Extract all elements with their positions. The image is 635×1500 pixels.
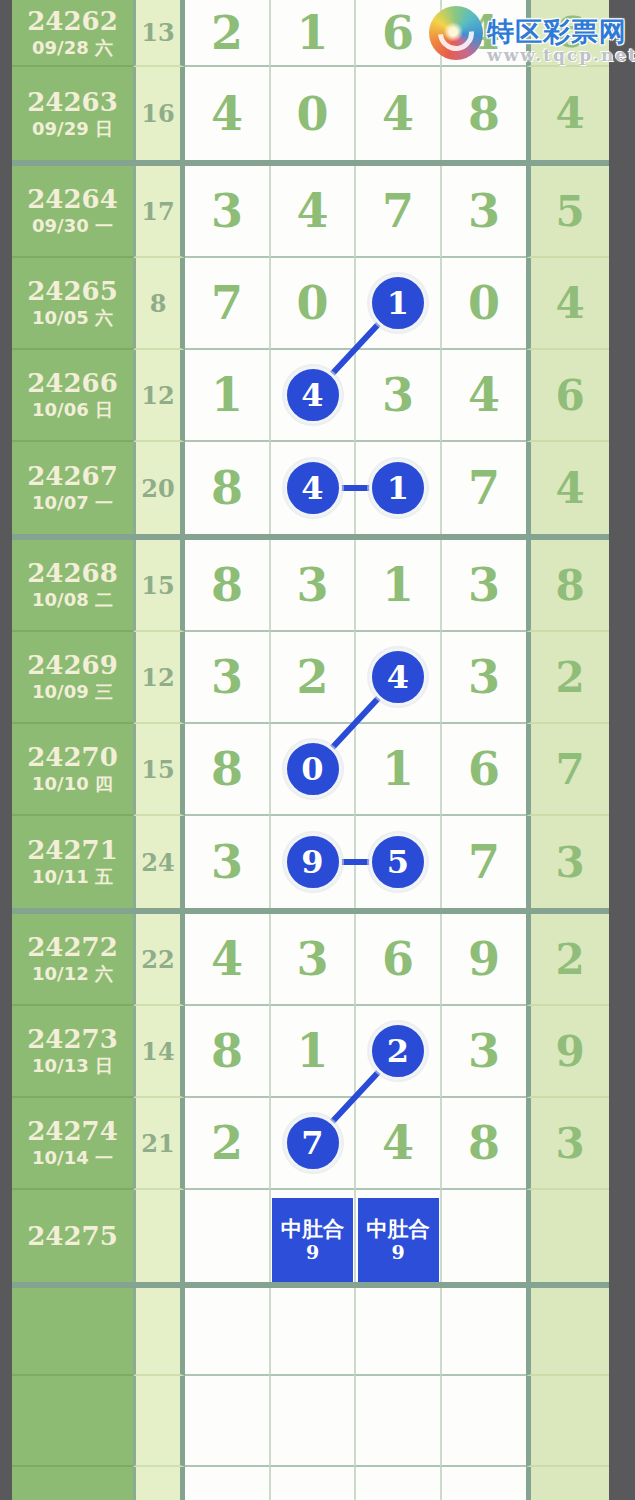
table-row: [12, 1376, 609, 1467]
digit-cell: [185, 1376, 269, 1467]
issue-cell: [12, 1288, 133, 1376]
page: 2426209/28 六13216462426309/29 日164048424…: [0, 0, 635, 1500]
circled-digit: 4: [369, 648, 427, 706]
tail-cell: 9: [526, 1006, 609, 1098]
draw-date: 10/06 日: [32, 398, 113, 422]
digit-cell: 3: [185, 166, 269, 258]
circled-digit: 2: [369, 1022, 427, 1080]
digit-cell: 3: [440, 166, 526, 258]
digit: 2: [296, 650, 328, 704]
table-row: 2427110/11 五2439573: [12, 816, 609, 908]
issue-number: 24265: [27, 276, 117, 306]
tail-cell: 3: [526, 816, 609, 908]
tail-cell: 6: [526, 350, 609, 442]
issue-cell: 2426710/07 一: [12, 442, 133, 534]
logo-swirl-icon: [429, 6, 483, 60]
digit-cell: 4: [440, 350, 526, 442]
digit: 4: [296, 184, 328, 238]
draw-date: 09/30 一: [32, 214, 113, 238]
issue-cell: 2426910/09 三: [12, 632, 133, 724]
digit-cell: 7: [185, 258, 269, 350]
digit-cell: [185, 1288, 269, 1376]
digit: 7: [382, 184, 414, 238]
hit-label-text: 中肚合: [367, 1217, 430, 1241]
hit-label-box: 中肚合9: [272, 1198, 353, 1282]
tail-cell: 3: [526, 1098, 609, 1190]
tail-cell: 2: [526, 632, 609, 724]
digit: 2: [211, 1116, 243, 1170]
digit: 8: [468, 87, 500, 141]
issue-number: 24273: [27, 1024, 117, 1054]
digit: 9: [468, 932, 500, 986]
digit: 1: [382, 558, 414, 612]
digit-cell: [185, 1190, 269, 1282]
hit-label-value: 9: [306, 1241, 319, 1263]
hit-label-box: 中肚合9: [358, 1198, 439, 1282]
digit-cell: 8: [440, 1098, 526, 1190]
table-row: 2426309/29 日1640484: [12, 67, 609, 160]
digit-cell: 3: [185, 816, 269, 908]
draw-date: 10/12 六: [32, 962, 113, 986]
circled-digit: 0: [284, 740, 342, 798]
issue-number: 24270: [27, 742, 117, 772]
issue-number: 24272: [27, 932, 117, 962]
digit: 4: [382, 87, 414, 141]
digit-cell: 2: [185, 0, 269, 67]
digit: 6: [468, 742, 500, 796]
table-row: 2426910/09 三1232432: [12, 632, 609, 724]
digit: 8: [211, 742, 243, 796]
sum-cell: [133, 1288, 185, 1376]
sum-cell: 8: [133, 258, 185, 350]
digit-cell: 3: [185, 632, 269, 724]
digit: 1: [296, 6, 328, 60]
digit-cell: 0: [440, 258, 526, 350]
table-row: 2427010/10 四1580167: [12, 724, 609, 816]
issue-number: 24266: [27, 368, 117, 398]
digit: 6: [382, 6, 414, 60]
digit: 4: [211, 932, 243, 986]
sum-cell: 13: [133, 0, 185, 67]
tail-cell: 7: [526, 724, 609, 816]
circled-digit: 1: [369, 274, 427, 332]
circled-digit: 1: [369, 459, 427, 517]
digit: 0: [296, 276, 328, 330]
issue-cell: 2427410/14 一: [12, 1098, 133, 1190]
digit: 3: [296, 932, 328, 986]
digit-cell: 9: [269, 816, 354, 908]
digit: 3: [468, 650, 500, 704]
digit-cell: 2: [185, 1098, 269, 1190]
draw-date: 10/10 四: [32, 772, 113, 796]
digit: 1: [296, 1024, 328, 1078]
digit-cell: 3: [440, 632, 526, 724]
tail-cell: 4: [526, 442, 609, 534]
digit-cell: [354, 1376, 440, 1467]
digit-cell: [354, 1288, 440, 1376]
sum-cell: 20: [133, 442, 185, 534]
digit-cell: 4: [269, 350, 354, 442]
draw-date: 09/29 日: [32, 117, 113, 141]
digit-cell: 7: [440, 816, 526, 908]
digit: 3: [211, 835, 243, 889]
digit: 3: [468, 184, 500, 238]
digit-cell: 6: [354, 914, 440, 1006]
issue-cell: 2427010/10 四: [12, 724, 133, 816]
digit: 4: [468, 368, 500, 422]
digit: 3: [468, 1024, 500, 1078]
digit: 6: [382, 932, 414, 986]
digit: 8: [468, 1116, 500, 1170]
trend-table: 2426209/28 六13216462426309/29 日164048424…: [12, 0, 609, 1500]
digit: 1: [211, 368, 243, 422]
issue-cell: 2426309/29 日: [12, 67, 133, 160]
issue-number: 24271: [27, 835, 117, 865]
sum-cell: 12: [133, 632, 185, 724]
digit-cell: [440, 1288, 526, 1376]
digit-cell: 7: [354, 166, 440, 258]
issue-number: 24275: [27, 1221, 117, 1251]
digit-cell: 3: [269, 914, 354, 1006]
digit-cell: 5: [354, 816, 440, 908]
issue-cell: 2426810/08 二: [12, 540, 133, 632]
sum-cell: 14: [133, 1006, 185, 1098]
table-row: 2427410/14 一2127483: [12, 1098, 609, 1190]
digit-cell: 7: [269, 1098, 354, 1190]
issue-cell: 2427310/13 日: [12, 1006, 133, 1098]
circled-digit: 4: [284, 459, 342, 517]
sum-cell: 22: [133, 914, 185, 1006]
digit: 3: [468, 558, 500, 612]
circled-digit: 7: [284, 1114, 342, 1172]
digit-cell: 1: [269, 1006, 354, 1098]
digit-cell: 8: [185, 1006, 269, 1098]
circled-digit: 5: [369, 833, 427, 891]
sum-cell: [133, 1190, 185, 1282]
tail-cell: [526, 1190, 609, 1282]
digit-cell: 3: [269, 540, 354, 632]
digit-cell: 4: [354, 1098, 440, 1190]
issue-cell: 2427110/11 五: [12, 816, 133, 908]
digit-cell: 8: [185, 724, 269, 816]
digit-cell: 4: [185, 67, 269, 160]
digit: 3: [296, 558, 328, 612]
tail-cell: [526, 1376, 609, 1467]
digit-cell: 8: [185, 442, 269, 534]
digit: 7: [211, 276, 243, 330]
draw-date: 10/07 一: [32, 491, 113, 515]
table-row: 2427310/13 日1481239: [12, 1006, 609, 1098]
digit-cell: [269, 1467, 354, 1500]
issue-number: 24274: [27, 1116, 117, 1146]
digit: 3: [211, 650, 243, 704]
digit-cell: 1: [354, 540, 440, 632]
digit-cell: 7: [440, 442, 526, 534]
digit-cell: 3: [440, 1006, 526, 1098]
table-row: [12, 1288, 609, 1376]
table-row: 2427210/12 六2243692: [12, 914, 609, 1006]
digit-cell: 1: [354, 258, 440, 350]
issue-cell: [12, 1467, 133, 1500]
digit-cell: 4: [354, 67, 440, 160]
draw-date: 09/28 六: [32, 36, 113, 60]
tail-cell: 4: [526, 258, 609, 350]
hit-label-text: 中肚合: [281, 1217, 344, 1241]
table-row: 2426810/08 二1583138: [12, 540, 609, 632]
digit: 1: [382, 742, 414, 796]
issue-cell: 24275: [12, 1190, 133, 1282]
digit: 8: [211, 1024, 243, 1078]
draw-date: 10/13 日: [32, 1054, 113, 1078]
sum-cell: 12: [133, 350, 185, 442]
issue-cell: 2426409/30 一: [12, 166, 133, 258]
digit: 4: [211, 87, 243, 141]
tail-cell: 2: [526, 914, 609, 1006]
digit-cell: 1: [269, 0, 354, 67]
digit-cell: 4: [185, 914, 269, 1006]
digit-cell: [440, 1467, 526, 1500]
site-logo: 特区彩票网 www.tqcp.net: [425, 4, 631, 70]
digit-cell: [269, 1288, 354, 1376]
draw-date: 10/14 一: [32, 1146, 113, 1170]
table-row: 2426710/07 一2084174: [12, 442, 609, 534]
draw-date: 10/11 五: [32, 865, 113, 889]
digit: 3: [211, 184, 243, 238]
digit-cell: 1: [354, 442, 440, 534]
table-row: 2426409/30 一1734735: [12, 166, 609, 258]
issue-cell: 2426510/05 六: [12, 258, 133, 350]
digit-cell: [354, 1467, 440, 1500]
sum-cell: [133, 1376, 185, 1467]
table-row: 2426610/06 日1214346: [12, 350, 609, 442]
issue-cell: 2426610/06 日: [12, 350, 133, 442]
digit-cell: [269, 1376, 354, 1467]
issue-number: 24264: [27, 184, 117, 214]
digit-cell: 4: [354, 632, 440, 724]
issue-number: 24267: [27, 461, 117, 491]
digit: 0: [296, 87, 328, 141]
tail-cell: 4: [526, 67, 609, 160]
hit-label-value: 9: [391, 1241, 404, 1263]
site-url: www.tqcp.net: [487, 45, 627, 65]
table-row: 24275中肚合9中肚合9: [12, 1190, 609, 1282]
issue-number: 24263: [27, 87, 117, 117]
sum-cell: 15: [133, 724, 185, 816]
digit-cell: 2: [269, 632, 354, 724]
tail-cell: 5: [526, 166, 609, 258]
draw-date: 10/09 三: [32, 680, 113, 704]
digit-cell: 8: [185, 540, 269, 632]
digit-cell: 中肚合9: [269, 1190, 354, 1282]
issue-cell: 2426209/28 六: [12, 0, 133, 67]
digit-cell: 0: [269, 258, 354, 350]
digit: 3: [382, 368, 414, 422]
digit-cell: 0: [269, 724, 354, 816]
circled-digit: 4: [284, 366, 342, 424]
sum-cell: 24: [133, 816, 185, 908]
sum-cell: 21: [133, 1098, 185, 1190]
issue-number: 24269: [27, 650, 117, 680]
digit-cell: 4: [269, 442, 354, 534]
digit-cell: [440, 1376, 526, 1467]
digit-cell: 中肚合9: [354, 1190, 440, 1282]
issue-cell: 2427210/12 六: [12, 914, 133, 1006]
digit: 7: [468, 835, 500, 889]
table-row: 2426510/05 六870104: [12, 258, 609, 350]
sum-cell: 15: [133, 540, 185, 632]
digit: 4: [382, 1116, 414, 1170]
tail-cell: [526, 1288, 609, 1376]
digit-cell: 3: [354, 350, 440, 442]
circled-digit: 9: [284, 833, 342, 891]
tail-cell: [526, 1467, 609, 1500]
sum-cell: [133, 1467, 185, 1500]
digit-cell: 1: [354, 724, 440, 816]
digit: 7: [468, 461, 500, 515]
digit: 8: [211, 461, 243, 515]
sum-cell: 17: [133, 166, 185, 258]
issue-number: 24268: [27, 558, 117, 588]
digit-cell: 0: [269, 67, 354, 160]
digit-cell: 4: [269, 166, 354, 258]
digit-cell: 3: [440, 540, 526, 632]
digit: 0: [468, 276, 500, 330]
digit-cell: 1: [185, 350, 269, 442]
digit-cell: [440, 1190, 526, 1282]
draw-date: 10/05 六: [32, 306, 113, 330]
draw-date: 10/08 二: [32, 588, 113, 612]
digit: 2: [211, 6, 243, 60]
issue-cell: [12, 1376, 133, 1467]
digit-cell: [185, 1467, 269, 1500]
digit-cell: 2: [354, 1006, 440, 1098]
digit-cell: 8: [440, 67, 526, 160]
digit-cell: 6: [440, 724, 526, 816]
table-row: [12, 1467, 609, 1500]
digit: 8: [211, 558, 243, 612]
tail-cell: 8: [526, 540, 609, 632]
digit-cell: 9: [440, 914, 526, 1006]
issue-number: 24262: [27, 6, 117, 36]
sum-cell: 16: [133, 67, 185, 160]
